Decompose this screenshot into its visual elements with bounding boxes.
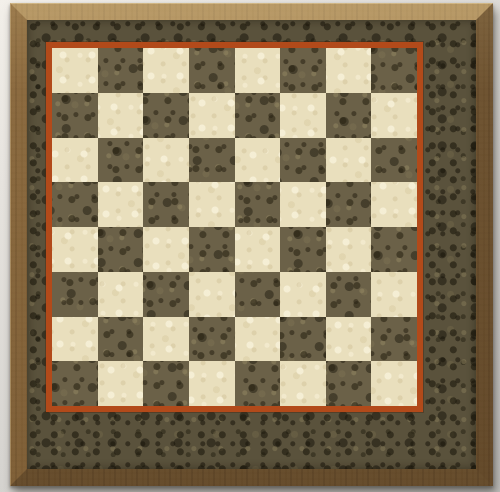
square-a3[interactable] (52, 272, 98, 317)
square-f5[interactable] (280, 182, 326, 227)
square-e3[interactable] (235, 272, 281, 317)
square-c5[interactable] (143, 182, 189, 227)
square-d3[interactable] (189, 272, 235, 317)
square-a1[interactable] (52, 361, 98, 406)
square-d1[interactable] (189, 361, 235, 406)
accent-border-line (46, 42, 423, 412)
square-b8[interactable] (98, 48, 144, 93)
square-b3[interactable] (98, 272, 144, 317)
square-b1[interactable] (98, 361, 144, 406)
square-c7[interactable] (143, 93, 189, 138)
square-a8[interactable] (52, 48, 98, 93)
square-b2[interactable] (98, 317, 144, 362)
square-h4[interactable] (371, 227, 417, 272)
photo-background (0, 0, 500, 492)
square-a7[interactable] (52, 93, 98, 138)
square-f1[interactable] (280, 361, 326, 406)
square-c1[interactable] (143, 361, 189, 406)
square-e2[interactable] (235, 317, 281, 362)
square-b5[interactable] (98, 182, 144, 227)
square-g1[interactable] (326, 361, 372, 406)
square-a4[interactable] (52, 227, 98, 272)
square-f4[interactable] (280, 227, 326, 272)
square-h6[interactable] (371, 138, 417, 183)
square-d8[interactable] (189, 48, 235, 93)
square-e8[interactable] (235, 48, 281, 93)
square-h1[interactable] (371, 361, 417, 406)
square-e6[interactable] (235, 138, 281, 183)
chessboard (10, 3, 493, 486)
square-d7[interactable] (189, 93, 235, 138)
square-g5[interactable] (326, 182, 372, 227)
square-c4[interactable] (143, 227, 189, 272)
square-b4[interactable] (98, 227, 144, 272)
square-d6[interactable] (189, 138, 235, 183)
square-d5[interactable] (189, 182, 235, 227)
square-d2[interactable] (189, 317, 235, 362)
square-a2[interactable] (52, 317, 98, 362)
square-g7[interactable] (326, 93, 372, 138)
square-g8[interactable] (326, 48, 372, 93)
board-grid (52, 48, 417, 406)
square-a5[interactable] (52, 182, 98, 227)
square-g4[interactable] (326, 227, 372, 272)
square-e4[interactable] (235, 227, 281, 272)
square-c2[interactable] (143, 317, 189, 362)
square-f7[interactable] (280, 93, 326, 138)
square-f8[interactable] (280, 48, 326, 93)
square-f3[interactable] (280, 272, 326, 317)
square-g6[interactable] (326, 138, 372, 183)
square-h5[interactable] (371, 182, 417, 227)
square-h2[interactable] (371, 317, 417, 362)
square-e1[interactable] (235, 361, 281, 406)
square-g3[interactable] (326, 272, 372, 317)
square-h7[interactable] (371, 93, 417, 138)
square-h3[interactable] (371, 272, 417, 317)
square-c8[interactable] (143, 48, 189, 93)
square-b6[interactable] (98, 138, 144, 183)
square-b7[interactable] (98, 93, 144, 138)
square-c3[interactable] (143, 272, 189, 317)
square-a6[interactable] (52, 138, 98, 183)
square-f6[interactable] (280, 138, 326, 183)
square-g2[interactable] (326, 317, 372, 362)
square-f2[interactable] (280, 317, 326, 362)
square-c6[interactable] (143, 138, 189, 183)
square-e5[interactable] (235, 182, 281, 227)
square-e7[interactable] (235, 93, 281, 138)
square-h8[interactable] (371, 48, 417, 93)
square-d4[interactable] (189, 227, 235, 272)
